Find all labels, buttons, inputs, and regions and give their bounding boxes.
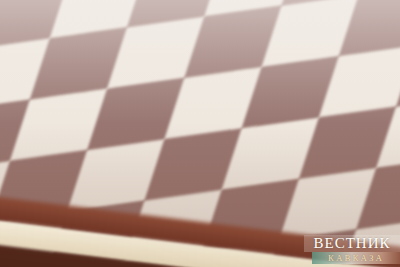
watermark-title-band: ВЕСТНИК [304, 235, 400, 252]
watermark-subtitle-band: КАВКАЗА [312, 252, 400, 264]
vestnik-kavkaza-watermark: ВЕСТНИК КАВКАЗА [304, 235, 400, 264]
watermark-title: ВЕСТНИК [313, 235, 390, 252]
chessboard-photo: ɜʚɕ ♝♝♝♟♝♜♞♟♟♟♝♟ ВЕСТНИК КАВКАЗА [0, 0, 400, 267]
watermark-subtitle: КАВКАЗА [328, 253, 384, 263]
